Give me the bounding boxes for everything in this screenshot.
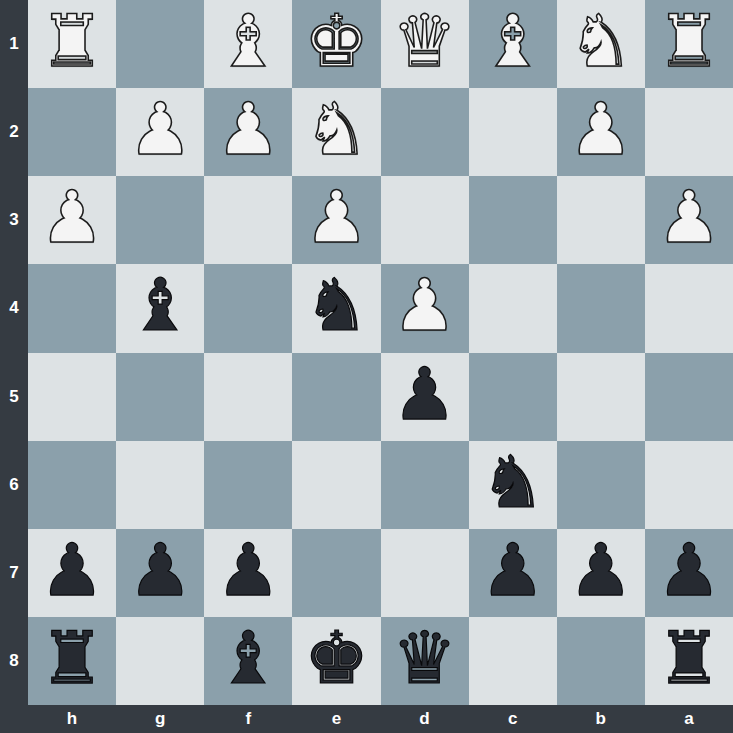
rank-label-1: 1 (0, 0, 28, 88)
black-pawn-g7[interactable]: ♟ (128, 529, 193, 614)
square-g7[interactable]: ♟ (116, 529, 204, 617)
rank-label-8: 8 (0, 617, 28, 705)
square-b2[interactable]: ♟ (557, 88, 645, 176)
square-f6[interactable] (204, 441, 292, 529)
square-c2[interactable] (469, 88, 557, 176)
square-h5[interactable] (28, 353, 116, 441)
square-a2[interactable] (645, 88, 733, 176)
square-d4[interactable]: ♟ (381, 264, 469, 352)
black-pawn-f7[interactable]: ♟ (216, 529, 281, 614)
square-g6[interactable] (116, 441, 204, 529)
square-h4[interactable] (28, 264, 116, 352)
square-b8[interactable] (557, 617, 645, 705)
square-e4[interactable]: ♞ (292, 264, 380, 352)
square-h7[interactable]: ♟ (28, 529, 116, 617)
square-e2[interactable]: ♞ (292, 88, 380, 176)
square-b1[interactable]: ♞ (557, 0, 645, 88)
square-b5[interactable] (557, 353, 645, 441)
white-pawn-b2[interactable]: ♟ (569, 88, 634, 173)
black-pawn-b7[interactable]: ♟ (569, 529, 634, 614)
square-b3[interactable] (557, 176, 645, 264)
square-e6[interactable] (292, 441, 380, 529)
white-knight-e2[interactable]: ♞ (304, 88, 369, 173)
white-knight-b1[interactable]: ♞ (569, 0, 634, 85)
square-a8[interactable]: ♜ (645, 617, 733, 705)
square-f2[interactable]: ♟ (204, 88, 292, 176)
square-d6[interactable] (381, 441, 469, 529)
square-h1[interactable]: ♜ (28, 0, 116, 88)
square-g8[interactable] (116, 617, 204, 705)
square-e1[interactable]: ♚ (292, 0, 380, 88)
square-d5[interactable]: ♟ (381, 353, 469, 441)
black-pawn-c7[interactable]: ♟ (480, 529, 545, 614)
rank-label-3: 3 (0, 176, 28, 264)
white-queen-d1[interactable]: ♛ (392, 0, 457, 85)
square-h3[interactable]: ♟ (28, 176, 116, 264)
white-rook-h1[interactable]: ♜ (40, 0, 105, 85)
square-d7[interactable] (381, 529, 469, 617)
white-pawn-h3[interactable]: ♟ (40, 176, 105, 261)
square-c6[interactable]: ♞ (469, 441, 557, 529)
black-pawn-h7[interactable]: ♟ (40, 529, 105, 614)
file-label-c: c (469, 705, 557, 733)
square-h6[interactable] (28, 441, 116, 529)
square-f7[interactable]: ♟ (204, 529, 292, 617)
square-d2[interactable] (381, 88, 469, 176)
square-g4[interactable]: ♝ (116, 264, 204, 352)
white-pawn-d4[interactable]: ♟ (392, 264, 457, 349)
black-knight-c6[interactable]: ♞ (480, 441, 545, 526)
file-label-b: b (557, 705, 645, 733)
square-h8[interactable]: ♜ (28, 617, 116, 705)
file-label-e: e (292, 705, 380, 733)
white-bishop-f1[interactable]: ♝ (216, 0, 281, 85)
square-c4[interactable] (469, 264, 557, 352)
file-label-a: a (645, 705, 733, 733)
file-label-h: h (28, 705, 116, 733)
black-rook-h8[interactable]: ♜ (40, 617, 105, 702)
white-pawn-a3[interactable]: ♟ (657, 176, 722, 261)
square-a3[interactable]: ♟ (645, 176, 733, 264)
black-rook-a8[interactable]: ♜ (657, 617, 722, 702)
white-pawn-g2[interactable]: ♟ (128, 88, 193, 173)
rank-label-5: 5 (0, 353, 28, 441)
square-e7[interactable] (292, 529, 380, 617)
square-c3[interactable] (469, 176, 557, 264)
square-f1[interactable]: ♝ (204, 0, 292, 88)
chess-board: 1♜♝♚♛♝♞♜2♟♟♞♟3♟♟♟4♝♞♟5♟6♞7♟♟♟♟♟♟8♜♝♚♛♜hg… (0, 0, 733, 733)
square-g1[interactable] (116, 0, 204, 88)
black-knight-e4[interactable]: ♞ (304, 264, 369, 349)
black-pawn-a7[interactable]: ♟ (657, 529, 722, 614)
square-f8[interactable]: ♝ (204, 617, 292, 705)
rank-label-2: 2 (0, 88, 28, 176)
square-a4[interactable] (645, 264, 733, 352)
square-e3[interactable]: ♟ (292, 176, 380, 264)
rank-label-4: 4 (0, 264, 28, 352)
square-c5[interactable] (469, 353, 557, 441)
square-d1[interactable]: ♛ (381, 0, 469, 88)
square-f3[interactable] (204, 176, 292, 264)
white-bishop-c1[interactable]: ♝ (480, 0, 545, 85)
square-a1[interactable]: ♜ (645, 0, 733, 88)
square-h2[interactable] (28, 88, 116, 176)
rank-label-6: 6 (0, 441, 28, 529)
black-queen-d8[interactable]: ♛ (392, 617, 457, 702)
white-rook-a1[interactable]: ♜ (657, 0, 722, 85)
white-pawn-e3[interactable]: ♟ (304, 176, 369, 261)
square-c1[interactable]: ♝ (469, 0, 557, 88)
frame-corner (0, 705, 28, 733)
square-c8[interactable] (469, 617, 557, 705)
white-pawn-f2[interactable]: ♟ (216, 88, 281, 173)
square-b7[interactable]: ♟ (557, 529, 645, 617)
square-d8[interactable]: ♛ (381, 617, 469, 705)
square-b4[interactable] (557, 264, 645, 352)
square-d3[interactable] (381, 176, 469, 264)
square-f5[interactable] (204, 353, 292, 441)
file-label-g: g (116, 705, 204, 733)
square-e5[interactable] (292, 353, 380, 441)
square-f4[interactable] (204, 264, 292, 352)
file-label-d: d (381, 705, 469, 733)
rank-label-7: 7 (0, 529, 28, 617)
black-pawn-d5[interactable]: ♟ (392, 353, 457, 438)
square-c7[interactable]: ♟ (469, 529, 557, 617)
square-g2[interactable]: ♟ (116, 88, 204, 176)
black-bishop-g4[interactable]: ♝ (128, 264, 193, 349)
square-e8[interactable]: ♚ (292, 617, 380, 705)
square-g3[interactable] (116, 176, 204, 264)
black-king-e8[interactable]: ♚ (304, 617, 369, 702)
square-a6[interactable] (645, 441, 733, 529)
white-king-e1[interactable]: ♚ (304, 0, 369, 85)
square-a7[interactable]: ♟ (645, 529, 733, 617)
square-g5[interactable] (116, 353, 204, 441)
square-a5[interactable] (645, 353, 733, 441)
black-bishop-f8[interactable]: ♝ (216, 617, 281, 702)
file-label-f: f (204, 705, 292, 733)
square-b6[interactable] (557, 441, 645, 529)
